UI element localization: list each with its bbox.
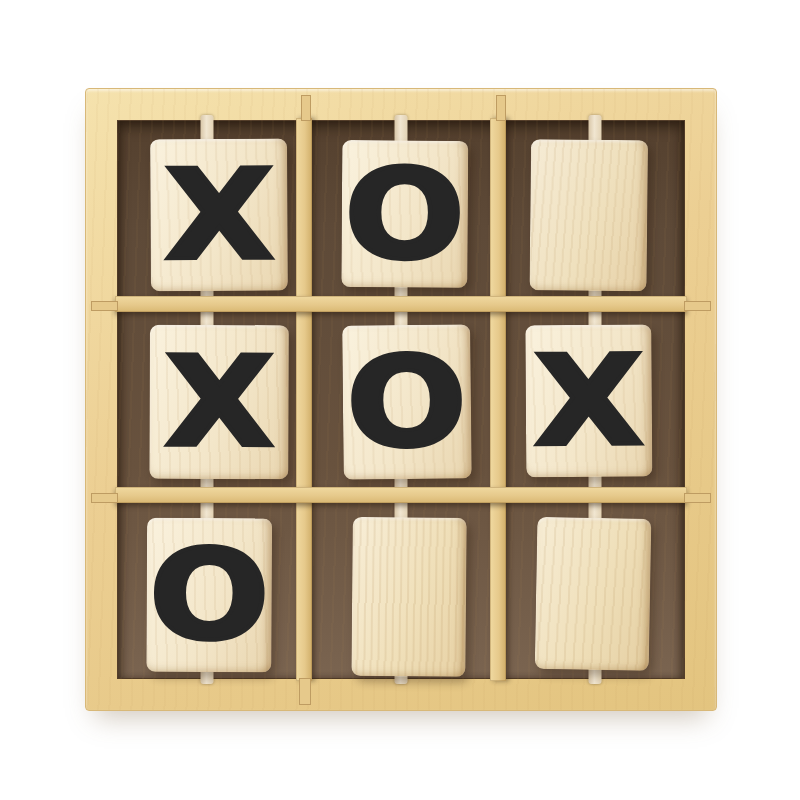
divider-tab-right-2 [684, 493, 711, 503]
tile-r1c1[interactable]: X [150, 138, 288, 291]
tile-r1c2[interactable]: O [341, 140, 468, 288]
cell-r3c2 [312, 503, 490, 678]
cell-r1c3 [506, 121, 684, 296]
board-interior: X O X [117, 120, 685, 679]
tile-r2c1[interactable]: X [149, 324, 288, 478]
cell-r1c1: X [118, 121, 296, 296]
tile-r3c3[interactable] [535, 516, 652, 670]
tile-r2c3[interactable]: X [525, 324, 652, 477]
symbol-r3c1: O [149, 532, 270, 657]
tile-r3c2[interactable] [351, 516, 466, 676]
cell-grid: X O X [118, 121, 684, 678]
cell-r2c2: O [312, 312, 490, 487]
tic-tac-toe-board: X O X [85, 88, 717, 711]
symbol-r1c2: O [344, 151, 465, 276]
cell-r2c1: X [118, 312, 296, 487]
divider-tab-left-1 [91, 301, 118, 311]
symbol-r2c3: X [534, 338, 644, 463]
cell-r1c2: O [312, 121, 490, 296]
tile-r3c1[interactable]: O [146, 517, 271, 672]
cell-r3c1: O [118, 503, 296, 678]
grid-divider-horizontal-2 [115, 487, 687, 503]
cell-r2c3: X [506, 312, 684, 487]
divider-tab-top-1 [301, 95, 311, 121]
grid-divider-vertical-2 [490, 118, 506, 681]
grid-divider-horizontal-1 [115, 296, 687, 312]
divider-tab-top-2 [496, 95, 506, 121]
cell-r3c3 [506, 503, 684, 678]
symbol-r2c1: X [164, 339, 273, 463]
photo-backdrop: X O X [0, 0, 800, 800]
divider-tab-left-2 [91, 493, 118, 503]
tile-r1c3[interactable] [529, 139, 648, 291]
divider-tab-bottom-1 [299, 678, 311, 705]
grid-divider-vertical-1 [296, 118, 312, 681]
symbol-r1c1: X [164, 152, 274, 277]
symbol-r2c2: O [346, 339, 467, 464]
divider-tab-right-1 [684, 301, 711, 311]
tile-r2c2[interactable]: O [342, 324, 472, 479]
